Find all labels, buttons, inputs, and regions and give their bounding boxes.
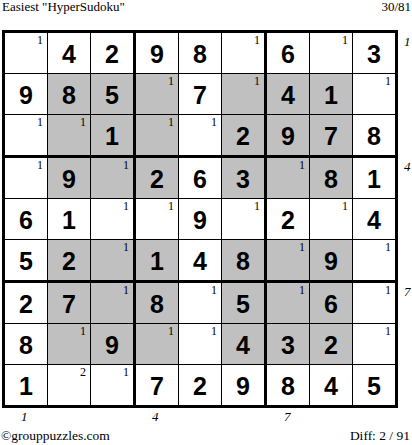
cell-r9c2[interactable]: 2: [48, 365, 91, 405]
given-digit: 7: [150, 372, 164, 399]
cell-r8c3[interactable]: 9: [91, 324, 136, 365]
cell-r1c3[interactable]: 2: [91, 33, 136, 74]
cell-r4c3[interactable]: 1: [91, 158, 136, 199]
pencil-mark: 1: [37, 159, 43, 171]
given-digit: 1: [150, 247, 164, 274]
pencil-mark: 1: [168, 325, 174, 337]
cell-r4c7[interactable]: 1: [267, 158, 310, 199]
pencil-mark: 1: [123, 241, 129, 253]
given-digit: 8: [62, 81, 76, 108]
cell-r9c7[interactable]: 8: [267, 365, 310, 405]
cell-r2c5[interactable]: 7: [179, 74, 222, 115]
cell-r4c8[interactable]: 8: [310, 158, 353, 199]
cell-r4c2[interactable]: 9: [48, 158, 91, 199]
given-digit: 4: [62, 40, 76, 67]
cell-r5c5[interactable]: 9: [179, 199, 222, 240]
given-digit: 3: [236, 165, 250, 192]
cell-r6c5[interactable]: 4: [179, 240, 222, 283]
header: Easiest "HyperSudoku" 30/81: [2, 0, 411, 14]
cell-r5c6[interactable]: 1: [222, 199, 267, 240]
given-digit: 9: [236, 372, 250, 399]
given-digit: 4: [193, 247, 207, 274]
cell-r4c9[interactable]: 1: [353, 158, 395, 199]
puzzle-page: Easiest "HyperSudoku" 30/81 142981613985…: [0, 0, 412, 445]
pencil-mark: 1: [342, 200, 348, 212]
pencil-mark: 1: [168, 200, 174, 212]
given-digit: 2: [105, 40, 119, 67]
given-digit: 9: [62, 165, 76, 192]
cell-r2c2[interactable]: 8: [48, 74, 91, 115]
pencil-mark: 1: [168, 116, 174, 128]
cell-r7c4[interactable]: 8: [136, 283, 179, 324]
col-label-4: 4: [152, 410, 164, 424]
pencil-mark: 1: [37, 34, 43, 46]
cell-r8c9[interactable]: 1: [353, 324, 395, 365]
given-digit: 8: [150, 290, 164, 317]
given-digit: 7: [193, 81, 207, 108]
pencil-mark: 1: [168, 75, 174, 87]
cell-r2c9[interactable]: 1: [353, 74, 395, 115]
cell-r2c6[interactable]: 1: [222, 74, 267, 115]
cell-r7c8[interactable]: 6: [310, 283, 353, 324]
pencil-mark: 1: [254, 75, 260, 87]
cell-r9c6[interactable]: 9: [222, 365, 267, 405]
pencil-mark: 1: [37, 116, 43, 128]
row-label-7: 7: [404, 285, 412, 298]
cell-r2c7[interactable]: 4: [267, 74, 310, 115]
cell-r7c2[interactable]: 7: [48, 283, 91, 324]
given-digit: 1: [105, 122, 119, 149]
given-digit: 8: [193, 40, 207, 67]
cell-r5c9[interactable]: 4: [353, 199, 395, 240]
cell-r7c7[interactable]: 1: [267, 283, 310, 324]
cell-r4c5[interactable]: 6: [179, 158, 222, 199]
cell-r3c9[interactable]: 8: [353, 115, 395, 158]
cell-r1c2[interactable]: 4: [48, 33, 91, 74]
cell-r4c6[interactable]: 3: [222, 158, 267, 199]
pencil-mark: 1: [385, 284, 391, 296]
cell-r7c6[interactable]: 5: [222, 283, 267, 324]
pencil-mark: 1: [299, 241, 305, 253]
cell-r4c4[interactable]: 2: [136, 158, 179, 199]
cell-r6c3[interactable]: 1: [91, 240, 136, 283]
given-digit: 8: [324, 165, 338, 192]
cell-r8c7[interactable]: 3: [267, 324, 310, 365]
cell-r9c4[interactable]: 7: [136, 365, 179, 405]
cell-r3c5[interactable]: 1: [179, 115, 222, 158]
cell-r6c8[interactable]: 9: [310, 240, 353, 283]
cell-r9c1[interactable]: 1: [5, 365, 48, 405]
cell-r3c7[interactable]: 9: [267, 115, 310, 158]
pencil-mark: 1: [299, 159, 305, 171]
puzzle-title: Easiest "HyperSudoku": [2, 0, 125, 14]
given-digit: 9: [281, 122, 295, 149]
cell-r8c1[interactable]: 8: [5, 324, 48, 365]
cell-r6c1[interactable]: 5: [5, 240, 48, 283]
cell-counter: 30/81: [381, 0, 411, 14]
cell-r8c2[interactable]: 1: [48, 324, 91, 365]
given-digit: 2: [281, 206, 295, 233]
given-digit: 9: [193, 206, 207, 233]
given-digit: 9: [324, 247, 338, 274]
cell-r7c3[interactable]: 1: [91, 283, 136, 324]
pencil-mark: 1: [211, 325, 217, 337]
given-digit: 5: [19, 247, 33, 274]
cell-r3c3[interactable]: 1: [91, 115, 136, 158]
footer: ©grouppuzzles.com Diff: 2 / 91: [1, 428, 410, 444]
given-digit: 1: [19, 372, 33, 399]
given-digit: 9: [105, 331, 119, 358]
cell-r6c4[interactable]: 1: [136, 240, 179, 283]
given-digit: 8: [367, 122, 381, 149]
pencil-mark: 1: [211, 116, 217, 128]
given-digit: 2: [324, 331, 338, 358]
pencil-mark: 1: [254, 34, 260, 46]
pencil-mark: 2: [80, 366, 86, 378]
cell-r6c2[interactable]: 2: [48, 240, 91, 283]
cell-r6c7[interactable]: 1: [267, 240, 310, 283]
given-digit: 7: [62, 290, 76, 317]
given-digit: 9: [19, 81, 33, 108]
cell-r1c1[interactable]: 1: [5, 33, 48, 74]
cell-r5c2[interactable]: 1: [48, 199, 91, 240]
cell-r1c4[interactable]: 9: [136, 33, 179, 74]
cell-r5c4[interactable]: 1: [136, 199, 179, 240]
given-digit: 7: [324, 122, 338, 149]
given-digit: 2: [19, 290, 33, 317]
pencil-mark: 1: [123, 200, 129, 212]
given-digit: 3: [367, 40, 381, 67]
cell-r8c6[interactable]: 4: [222, 324, 267, 365]
given-digit: 1: [62, 206, 76, 233]
given-digit: 1: [324, 81, 338, 108]
pencil-mark: 1: [80, 116, 86, 128]
cell-r3c6[interactable]: 2: [222, 115, 267, 158]
given-digit: 8: [281, 372, 295, 399]
row-label-4: 4: [404, 160, 412, 173]
given-digit: 8: [236, 247, 250, 274]
cell-r9c9[interactable]: 5: [353, 365, 395, 405]
cell-r3c1[interactable]: 1: [5, 115, 48, 158]
pencil-mark: 1: [123, 284, 129, 296]
cell-r7c1[interactable]: 2: [5, 283, 48, 324]
cell-r8c5[interactable]: 1: [179, 324, 222, 365]
pencil-mark: 1: [211, 284, 217, 296]
given-digit: 5: [367, 372, 381, 399]
given-digit: 5: [105, 81, 119, 108]
sudoku-board: 1429816139851714111111129781912631816111…: [2, 30, 398, 408]
pencil-mark: 1: [385, 241, 391, 253]
cell-r9c3[interactable]: 1: [91, 365, 136, 405]
pencil-mark: 1: [254, 200, 260, 212]
cell-r5c7[interactable]: 2: [267, 199, 310, 240]
cell-r6c9[interactable]: 1: [353, 240, 395, 283]
cell-r1c6[interactable]: 1: [222, 33, 267, 74]
cell-r1c8[interactable]: 1: [310, 33, 353, 74]
pencil-mark: 1: [299, 284, 305, 296]
cell-r2c4[interactable]: 1: [136, 74, 179, 115]
cell-r5c1[interactable]: 6: [5, 199, 48, 240]
cell-r1c7[interactable]: 6: [267, 33, 310, 74]
copyright: ©grouppuzzles.com: [1, 428, 110, 444]
given-digit: 3: [281, 331, 295, 358]
given-digit: 4: [324, 372, 338, 399]
cell-r8c8[interactable]: 2: [310, 324, 353, 365]
given-digit: 4: [236, 331, 250, 358]
cell-r5c3[interactable]: 1: [91, 199, 136, 240]
cell-r3c4[interactable]: 1: [136, 115, 179, 158]
cell-r6c6[interactable]: 8: [222, 240, 267, 283]
cell-r2c3[interactable]: 5: [91, 74, 136, 115]
pencil-mark: 1: [385, 75, 391, 87]
given-digit: 4: [281, 81, 295, 108]
given-digit: 2: [193, 372, 207, 399]
pencil-mark: 1: [342, 34, 348, 46]
given-digit: 2: [62, 247, 76, 274]
cell-r7c5[interactable]: 1: [179, 283, 222, 324]
given-digit: 2: [236, 122, 250, 149]
cell-r1c9[interactable]: 3: [353, 33, 395, 74]
col-label-1: 1: [21, 410, 33, 424]
cell-r2c1[interactable]: 9: [5, 74, 48, 115]
pencil-mark: 1: [123, 159, 129, 171]
cell-r4c1[interactable]: 1: [5, 158, 48, 199]
difficulty: Diff: 2 / 91: [350, 428, 410, 444]
col-label-7: 7: [284, 410, 296, 424]
given-digit: 6: [281, 40, 295, 67]
cell-r3c8[interactable]: 7: [310, 115, 353, 158]
given-digit: 6: [193, 165, 207, 192]
cell-r1c5[interactable]: 8: [179, 33, 222, 74]
pencil-mark: 1: [385, 325, 391, 337]
given-digit: 1: [367, 165, 381, 192]
pencil-mark: 1: [80, 325, 86, 337]
given-digit: 6: [324, 290, 338, 317]
cell-r9c8[interactable]: 4: [310, 365, 353, 405]
cell-r5c8[interactable]: 1: [310, 199, 353, 240]
cell-r7c9[interactable]: 1: [353, 283, 395, 324]
cell-r8c4[interactable]: 1: [136, 324, 179, 365]
given-digit: 9: [150, 40, 164, 67]
pencil-mark: 1: [123, 366, 129, 378]
row-label-1: 1: [404, 35, 412, 48]
cell-r3c2[interactable]: 1: [48, 115, 91, 158]
given-digit: 5: [236, 290, 250, 317]
cell-r9c5[interactable]: 2: [179, 365, 222, 405]
given-digit: 6: [19, 206, 33, 233]
cell-r2c8[interactable]: 1: [310, 74, 353, 115]
given-digit: 2: [150, 165, 164, 192]
given-digit: 8: [19, 331, 33, 358]
given-digit: 4: [367, 206, 381, 233]
